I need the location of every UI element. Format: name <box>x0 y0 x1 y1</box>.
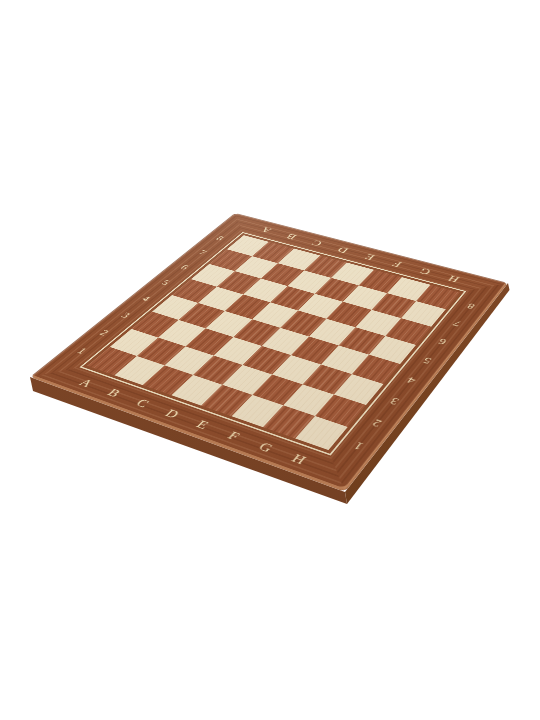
page-background: AA11BB22CC33DD44EE55FF66GG77HH88 <box>0 0 540 720</box>
chessboard: AA11BB22CC33DD44EE55FF66GG77HH88 <box>30 213 508 492</box>
